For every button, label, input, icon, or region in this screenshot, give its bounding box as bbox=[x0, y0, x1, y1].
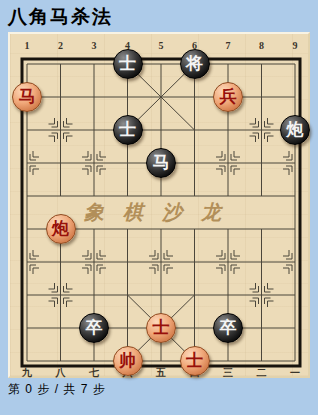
col-label-bottom-7: 三 bbox=[219, 367, 237, 379]
col-label-top-3: 3 bbox=[85, 40, 103, 52]
title-bar: 八角马杀法 bbox=[0, 0, 318, 31]
piece-black-cannon-9-2[interactable]: 炮 bbox=[280, 115, 310, 145]
page-title: 八角马杀法 bbox=[8, 4, 113, 30]
river-text: 象棋沙龙 bbox=[84, 199, 240, 225]
col-label-bottom-9: 一 bbox=[286, 367, 304, 379]
piece-red-advisor-5-8[interactable]: 士 bbox=[146, 313, 176, 343]
col-label-top-2: 2 bbox=[52, 40, 70, 52]
piece-red-soldier-7-1[interactable]: 兵 bbox=[213, 82, 243, 112]
piece-red-general-4-9[interactable]: 帅 bbox=[113, 346, 143, 376]
col-label-top-9: 9 bbox=[286, 40, 304, 52]
col-label-top-7: 7 bbox=[219, 40, 237, 52]
col-label-bottom-5: 五 bbox=[152, 367, 170, 379]
status-bar: 第 0 步 / 共 7 步 bbox=[8, 381, 310, 398]
col-label-bottom-1: 九 bbox=[18, 367, 36, 379]
app-window: 八角马杀法 123456789 九八七六五四三二一 象棋沙龙 士将马兵士炮马炮卒… bbox=[0, 0, 318, 415]
col-label-top-1: 1 bbox=[18, 40, 36, 52]
piece-black-general-6-0[interactable]: 将 bbox=[180, 49, 210, 79]
col-label-bottom-3: 七 bbox=[85, 367, 103, 379]
col-label-top-5: 5 bbox=[152, 40, 170, 52]
col-label-top-8: 8 bbox=[253, 40, 271, 52]
col-label-bottom-2: 八 bbox=[52, 367, 70, 379]
xiangqi-board: 123456789 九八七六五四三二一 象棋沙龙 士将马兵士炮马炮卒士卒帅士 bbox=[8, 32, 310, 378]
piece-red-horse-1-1[interactable]: 马 bbox=[12, 82, 42, 112]
piece-black-advisor-4-2[interactable]: 士 bbox=[113, 115, 143, 145]
col-label-bottom-8: 二 bbox=[253, 367, 271, 379]
piece-red-advisor-6-9[interactable]: 士 bbox=[180, 346, 210, 376]
piece-black-soldier-3-8[interactable]: 卒 bbox=[79, 313, 109, 343]
piece-black-advisor-4-0[interactable]: 士 bbox=[113, 49, 143, 79]
piece-red-cannon-2-5[interactable]: 炮 bbox=[46, 214, 76, 244]
piece-black-soldier-7-8[interactable]: 卒 bbox=[213, 313, 243, 343]
piece-black-horse-5-3[interactable]: 马 bbox=[146, 148, 176, 178]
